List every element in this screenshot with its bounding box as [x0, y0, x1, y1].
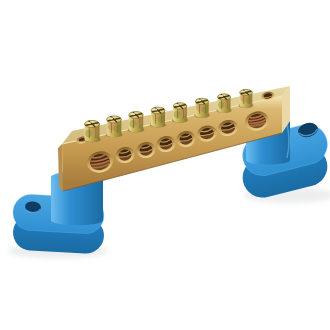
- product-photo: [0, 0, 330, 330]
- terminal-screw: [172, 103, 188, 123]
- busbar-product-image: [0, 0, 330, 330]
- terminal-screw: [105, 116, 122, 137]
- terminal-screw: [216, 94, 231, 113]
- left-pedestal-highlight: [53, 181, 54, 217]
- terminal-screw: [83, 120, 100, 142]
- terminal-screw: [150, 107, 166, 127]
- terminal-screw: [238, 89, 253, 108]
- terminal-screw: [128, 112, 145, 133]
- terminal-screw: [194, 98, 210, 118]
